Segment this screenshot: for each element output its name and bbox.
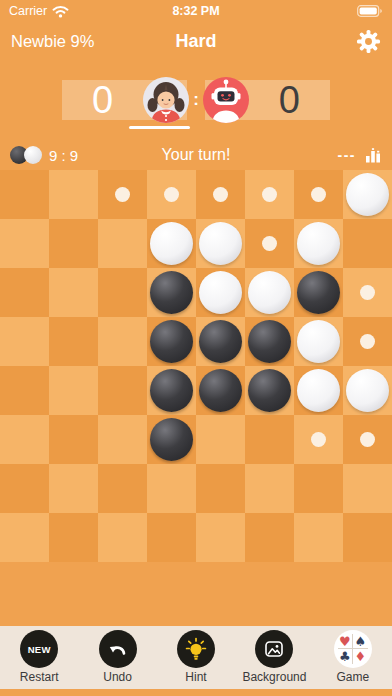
restart-button[interactable]: NEW Restart — [0, 626, 78, 689]
board-cell-b8[interactable] — [49, 513, 98, 562]
board-cell-f3[interactable] — [245, 268, 294, 317]
board-cell-f8[interactable] — [245, 513, 294, 562]
restart-label: Restart — [20, 670, 59, 684]
legal-move-hint-dot[interactable] — [311, 187, 326, 202]
board-cell-g4[interactable] — [294, 317, 343, 366]
board-cell-c6[interactable] — [98, 415, 147, 464]
board-bottom-margin — [0, 562, 392, 626]
lightbulb-icon — [177, 630, 215, 668]
board-cell-b2[interactable] — [49, 219, 98, 268]
board-cell-b4[interactable] — [49, 317, 98, 366]
board-cell-d5[interactable] — [147, 366, 196, 415]
board-cell-c1[interactable] — [98, 170, 147, 219]
player-score-panel: 0 — [62, 80, 187, 120]
girl-avatar — [143, 77, 189, 123]
game-button[interactable]: ♥ ♠ ♣ ♦ Game — [314, 626, 392, 689]
board-cell-a3[interactable] — [0, 268, 49, 317]
board-cell-a4[interactable] — [0, 317, 49, 366]
board-cell-b3[interactable] — [49, 268, 98, 317]
board-cell-c3[interactable] — [98, 268, 147, 317]
player-level-label: Newbie 9% — [11, 32, 94, 51]
board-cell-g5[interactable] — [294, 366, 343, 415]
undo-button[interactable]: Undo — [78, 626, 156, 689]
board-cell-e6[interactable] — [196, 415, 245, 464]
board-cell-b1[interactable] — [49, 170, 98, 219]
board-cell-c4[interactable] — [98, 317, 147, 366]
legal-move-hint-dot[interactable] — [213, 187, 228, 202]
board-cell-e3[interactable] — [196, 268, 245, 317]
gear-icon[interactable] — [356, 29, 381, 54]
board-cell-a2[interactable] — [0, 219, 49, 268]
othello-app-screen: Carrier 8:32 PM Newbie 9% Hard — [0, 0, 392, 696]
legal-move-hint-dot[interactable] — [164, 187, 179, 202]
nav-bar: Newbie 9% Hard — [0, 22, 392, 60]
battery-icon — [357, 5, 383, 17]
board-cell-f6[interactable] — [245, 415, 294, 464]
ai-score: 0 — [249, 80, 330, 120]
board-cell-d2[interactable] — [147, 219, 196, 268]
player-score: 0 — [62, 80, 143, 120]
disc-count-label: 9 : 9 — [49, 147, 78, 164]
photo-icon — [255, 630, 293, 668]
legal-move-hint-dot[interactable] — [360, 285, 375, 300]
board-cell-b5[interactable] — [49, 366, 98, 415]
black-disc — [248, 320, 291, 363]
black-disc — [150, 418, 193, 461]
stats-chart-icon[interactable] — [365, 147, 382, 163]
white-disc — [346, 173, 389, 216]
club-suit: ♣ — [338, 649, 353, 664]
board-cell-h8[interactable] — [343, 513, 392, 562]
board-cell-h5[interactable] — [343, 366, 392, 415]
board-cell-c8[interactable] — [98, 513, 147, 562]
status-bar: Carrier 8:32 PM — [0, 0, 392, 22]
board-cell-h2[interactable] — [343, 219, 392, 268]
board-cell-h6[interactable] — [343, 415, 392, 464]
board-cell-d3[interactable] — [147, 268, 196, 317]
carrier-label: Carrier — [9, 4, 47, 18]
legal-move-hint-dot[interactable] — [311, 432, 326, 447]
board-cell-c7[interactable] — [98, 464, 147, 513]
record-dashes: --- — [338, 147, 357, 163]
black-disc — [297, 271, 340, 314]
background-label: Background — [242, 670, 306, 684]
background-button[interactable]: Background — [235, 626, 313, 689]
legal-move-hint-dot[interactable] — [262, 236, 277, 251]
board-cell-g7[interactable] — [294, 464, 343, 513]
board-cell-g8[interactable] — [294, 513, 343, 562]
board-cell-a7[interactable] — [0, 464, 49, 513]
board-cell-d1[interactable] — [147, 170, 196, 219]
board-cell-e1[interactable] — [196, 170, 245, 219]
board-cell-d4[interactable] — [147, 317, 196, 366]
board-cell-b6[interactable] — [49, 415, 98, 464]
board — [0, 170, 392, 562]
game-status-row: 9 : 9 Your turn! --- — [0, 140, 392, 170]
board-cell-h1[interactable] — [343, 170, 392, 219]
active-turn-underline — [129, 126, 190, 129]
board-cell-g3[interactable] — [294, 268, 343, 317]
board-cell-e7[interactable] — [196, 464, 245, 513]
board-cell-d6[interactable] — [147, 415, 196, 464]
board-cell-h3[interactable] — [343, 268, 392, 317]
score-separator: : — [193, 90, 199, 110]
white-disc-icon — [24, 146, 42, 164]
white-disc — [199, 271, 242, 314]
ai-score-panel: 0 — [205, 80, 330, 120]
white-disc — [150, 222, 193, 265]
board-cell-h4[interactable] — [343, 317, 392, 366]
white-disc — [297, 222, 340, 265]
white-disc — [346, 369, 389, 412]
black-disc — [150, 369, 193, 412]
white-disc — [297, 320, 340, 363]
board-cell-f1[interactable] — [245, 170, 294, 219]
wifi-icon — [52, 5, 69, 18]
board-cell-a5[interactable] — [0, 366, 49, 415]
undo-label: Undo — [103, 670, 132, 684]
undo-arrow-icon — [99, 630, 137, 668]
game-label: Game — [336, 670, 369, 684]
black-disc — [150, 271, 193, 314]
board-cell-f2[interactable] — [245, 219, 294, 268]
spade-suit: ♠ — [353, 634, 368, 649]
heart-suit: ♥ — [338, 634, 353, 649]
board-cell-e8[interactable] — [196, 513, 245, 562]
board-cell-g6[interactable] — [294, 415, 343, 464]
board-cell-a1[interactable] — [0, 170, 49, 219]
board-cell-e5[interactable] — [196, 366, 245, 415]
board-cell-a6[interactable] — [0, 415, 49, 464]
hint-button[interactable]: Hint — [157, 626, 235, 689]
board-cell-h7[interactable] — [343, 464, 392, 513]
white-disc — [297, 369, 340, 412]
black-disc — [150, 320, 193, 363]
legal-move-hint-dot[interactable] — [360, 432, 375, 447]
white-disc — [199, 222, 242, 265]
robot-avatar — [203, 77, 249, 123]
board-cell-a8[interactable] — [0, 513, 49, 562]
bottom-toolbar: NEW Restart Undo — [0, 626, 392, 689]
new-badge-icon: NEW — [20, 630, 58, 668]
scoreboard: 0 : — [0, 60, 392, 140]
legal-move-hint-dot[interactable] — [360, 334, 375, 349]
board-cell-c2[interactable] — [98, 219, 147, 268]
board-cell-f5[interactable] — [245, 366, 294, 415]
white-disc — [248, 271, 291, 314]
board-cell-g2[interactable] — [294, 219, 343, 268]
black-disc — [199, 320, 242, 363]
board-cell-f7[interactable] — [245, 464, 294, 513]
hint-label: Hint — [185, 670, 206, 684]
board-cell-c5[interactable] — [98, 366, 147, 415]
board-cell-f4[interactable] — [245, 317, 294, 366]
board-cell-e2[interactable] — [196, 219, 245, 268]
board-cell-d8[interactable] — [147, 513, 196, 562]
board-cell-d7[interactable] — [147, 464, 196, 513]
board-cell-e4[interactable] — [196, 317, 245, 366]
legal-move-hint-dot[interactable] — [115, 187, 130, 202]
black-disc — [199, 369, 242, 412]
legal-move-hint-dot[interactable] — [262, 187, 277, 202]
black-disc — [248, 369, 291, 412]
card-suits-icon: ♥ ♠ ♣ ♦ — [334, 630, 372, 668]
board-cell-g1[interactable] — [294, 170, 343, 219]
board-cell-b7[interactable] — [49, 464, 98, 513]
diamond-suit: ♦ — [353, 649, 368, 664]
